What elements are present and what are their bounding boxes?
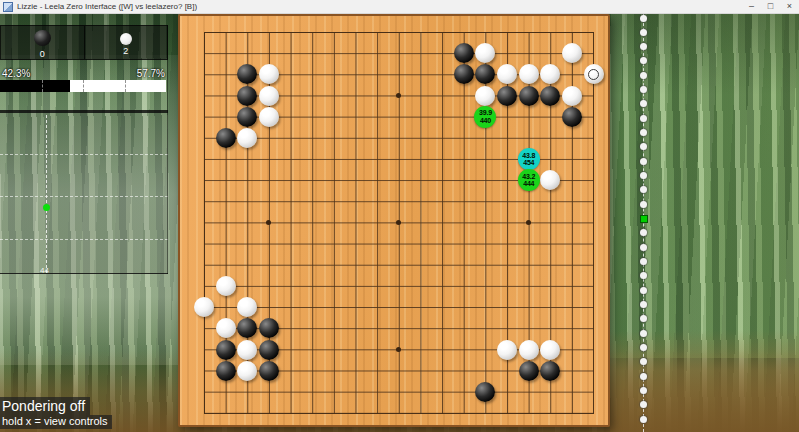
lizzie-window: Lizzie - Leela Zero Interface ([W] vs le… bbox=[0, 0, 799, 432]
tree-node[interactable] bbox=[640, 72, 647, 79]
black-stone bbox=[259, 340, 279, 360]
tree-node[interactable] bbox=[640, 287, 647, 294]
black-stone bbox=[237, 107, 257, 127]
black-stone bbox=[540, 361, 560, 381]
current-winrate-dot bbox=[43, 204, 50, 211]
black-stone bbox=[216, 340, 236, 360]
tree-node[interactable] bbox=[640, 15, 647, 22]
winrate-graph[interactable]: 44 bbox=[0, 110, 168, 274]
winrate-bar bbox=[0, 80, 166, 92]
bar-tick-75 bbox=[125, 80, 126, 92]
bar-tick-25 bbox=[42, 80, 43, 92]
black-stone bbox=[540, 86, 560, 106]
analysis-move-O15[interactable]: 39.9440 bbox=[474, 106, 496, 128]
white-capture-count: 2 bbox=[123, 46, 128, 56]
last-move-marker bbox=[588, 69, 599, 80]
black-stone bbox=[497, 86, 517, 106]
tree-node[interactable] bbox=[640, 244, 647, 251]
tree-node[interactable] bbox=[640, 29, 647, 36]
white-stone-icon bbox=[120, 33, 132, 45]
black-stone bbox=[454, 43, 474, 63]
white-stone bbox=[237, 361, 257, 381]
white-stone bbox=[216, 318, 236, 338]
white-captures: 2 bbox=[85, 26, 168, 59]
white-stone bbox=[584, 64, 604, 84]
black-winrate-label: 42.3% bbox=[2, 68, 30, 79]
white-stone bbox=[216, 276, 236, 296]
graph-gridline-50 bbox=[0, 196, 168, 197]
tree-node[interactable] bbox=[640, 330, 647, 337]
black-stone bbox=[216, 128, 236, 148]
tree-node[interactable] bbox=[640, 115, 647, 122]
close-button[interactable]: × bbox=[780, 0, 799, 13]
white-stone bbox=[519, 64, 539, 84]
white-stone bbox=[475, 86, 495, 106]
black-stone bbox=[259, 361, 279, 381]
black-stone bbox=[216, 361, 236, 381]
winrate-labels: 42.3% 57.7% bbox=[0, 68, 166, 79]
analysis-move-Q12[interactable]: 43.2444 bbox=[518, 169, 540, 191]
white-stone bbox=[540, 340, 560, 360]
white-stone bbox=[519, 340, 539, 360]
tree-node[interactable] bbox=[640, 201, 647, 208]
black-stone bbox=[562, 107, 582, 127]
white-stone bbox=[237, 340, 257, 360]
white-stone bbox=[497, 340, 517, 360]
window-controls: – □ × bbox=[742, 0, 799, 13]
white-stone bbox=[562, 86, 582, 106]
white-winrate-label: 57.7% bbox=[137, 68, 165, 79]
analysis-move-Q13[interactable]: 43.8454 bbox=[518, 148, 540, 170]
tree-node[interactable] bbox=[640, 416, 647, 423]
black-stone bbox=[454, 64, 474, 84]
black-stone bbox=[237, 86, 257, 106]
analysis-panel: 0 2 42.3% 57.7% 44 bbox=[0, 25, 168, 274]
tree-node[interactable] bbox=[640, 158, 647, 165]
captures-box: 0 2 bbox=[0, 25, 168, 60]
status-area: Pondering off hold x = view controls bbox=[0, 397, 112, 429]
move-number-label: 44 bbox=[40, 266, 49, 275]
controls-hint: hold x = view controls bbox=[0, 415, 112, 429]
panel-border bbox=[167, 25, 168, 274]
current-move-line bbox=[46, 115, 47, 273]
go-board[interactable]: 39.944043.845443.2444 bbox=[178, 14, 610, 427]
black-stone bbox=[519, 361, 539, 381]
black-stone bbox=[519, 86, 539, 106]
pondering-status: Pondering off bbox=[0, 397, 90, 415]
title-bar: Lizzie - Leela Zero Interface ([W] vs le… bbox=[0, 0, 799, 14]
black-captures: 0 bbox=[1, 26, 85, 59]
black-capture-count: 0 bbox=[40, 49, 45, 59]
white-stone bbox=[259, 107, 279, 127]
black-stone-icon bbox=[34, 30, 51, 46]
window-title: Lizzie - Leela Zero Interface ([W] vs le… bbox=[17, 0, 197, 13]
background-grass bbox=[610, 330, 799, 432]
maximize-button[interactable]: □ bbox=[761, 0, 780, 13]
bar-tick-50 bbox=[83, 80, 84, 92]
tree-node-current[interactable] bbox=[640, 215, 648, 223]
minimize-button[interactable]: – bbox=[742, 0, 761, 13]
white-stone bbox=[259, 86, 279, 106]
tree-node[interactable] bbox=[640, 373, 647, 380]
winrate-bar-black bbox=[0, 80, 70, 92]
graph-gridline-75 bbox=[0, 154, 168, 155]
background-bamboo-bright bbox=[610, 13, 799, 358]
graph-gridline-25 bbox=[0, 239, 168, 240]
app-icon bbox=[3, 2, 13, 12]
